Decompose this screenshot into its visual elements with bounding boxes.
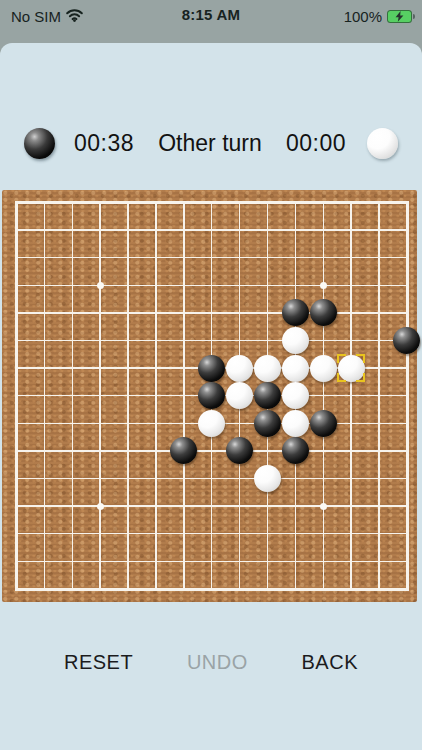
timer-row: 00:38 Other turn 00:00 bbox=[0, 126, 422, 160]
battery-percent-label: 100% bbox=[344, 8, 382, 25]
stone-white bbox=[282, 327, 309, 354]
stone-white bbox=[254, 355, 281, 382]
white-timer: 00:00 bbox=[286, 130, 346, 157]
grid-line bbox=[17, 450, 407, 452]
stone-black bbox=[254, 410, 281, 437]
stone-white bbox=[254, 465, 281, 492]
grid-line bbox=[323, 203, 325, 589]
stone-white bbox=[310, 355, 337, 382]
star-point bbox=[97, 503, 104, 510]
undo-button[interactable]: UNDO bbox=[187, 651, 248, 674]
stone-black bbox=[198, 355, 225, 382]
board[interactable] bbox=[2, 190, 417, 602]
stone-white bbox=[282, 355, 309, 382]
status-bar: No SIM 8:15 AM 100% bbox=[0, 0, 422, 43]
grid-line bbox=[378, 203, 380, 589]
turn-status-label: Other turn bbox=[134, 130, 286, 157]
star-point bbox=[320, 503, 327, 510]
reset-button[interactable]: RESET bbox=[64, 651, 133, 674]
grid-line bbox=[350, 203, 352, 589]
stone-black bbox=[310, 410, 337, 437]
black-timer: 00:38 bbox=[74, 130, 134, 157]
white-player-stone-icon bbox=[367, 128, 398, 159]
app-screen: No SIM 8:15 AM 100% 00:38 bbox=[0, 0, 422, 750]
button-row: RESET UNDO BACK bbox=[0, 648, 422, 676]
battery-charging-icon bbox=[387, 10, 412, 23]
grid-line bbox=[17, 533, 407, 535]
stone-white bbox=[282, 382, 309, 409]
stone-black bbox=[310, 299, 337, 326]
star-point bbox=[97, 282, 104, 289]
last-move-marker bbox=[337, 354, 365, 382]
grid-line bbox=[17, 505, 407, 507]
stone-black bbox=[393, 327, 420, 354]
stone-white bbox=[226, 355, 253, 382]
star-point bbox=[320, 282, 327, 289]
back-button[interactable]: BACK bbox=[302, 651, 358, 674]
stone-white bbox=[198, 410, 225, 437]
stone-white bbox=[282, 410, 309, 437]
black-player-stone-icon bbox=[24, 128, 55, 159]
grid-line bbox=[17, 478, 407, 480]
grid-line bbox=[17, 561, 407, 563]
stone-black bbox=[254, 382, 281, 409]
